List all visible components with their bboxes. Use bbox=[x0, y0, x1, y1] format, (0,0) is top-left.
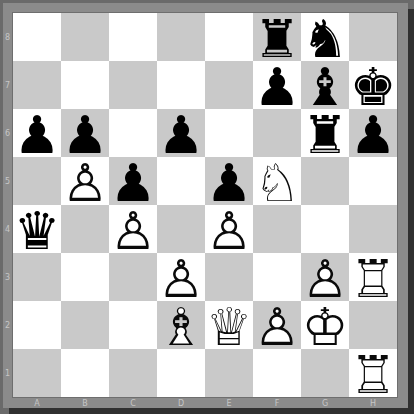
square-d8[interactable] bbox=[157, 13, 205, 61]
square-b2[interactable] bbox=[61, 301, 109, 349]
square-e2[interactable]: ♛♕ bbox=[205, 301, 253, 349]
square-f2[interactable]: ♟♙ bbox=[253, 301, 301, 349]
square-h2[interactable] bbox=[349, 301, 397, 349]
square-f1[interactable] bbox=[253, 349, 301, 397]
square-g8[interactable]: ♞ bbox=[301, 13, 349, 61]
piece-white-pawn[interactable]: ♟♙ bbox=[301, 253, 349, 301]
white-rook-outline-icon: ♖ bbox=[350, 349, 397, 401]
white-rook-outline-icon: ♖ bbox=[350, 253, 397, 305]
square-e8[interactable] bbox=[205, 13, 253, 61]
square-a3[interactable] bbox=[13, 253, 61, 301]
square-b4[interactable] bbox=[61, 205, 109, 253]
piece-white-pawn[interactable]: ♟♙ bbox=[61, 157, 109, 205]
square-c7[interactable] bbox=[109, 61, 157, 109]
file-label-h: H bbox=[349, 398, 397, 408]
white-bishop-outline-icon: ♗ bbox=[158, 301, 205, 353]
piece-white-pawn[interactable]: ♟♙ bbox=[253, 301, 301, 349]
file-label-g: G bbox=[301, 398, 349, 408]
square-e1[interactable] bbox=[205, 349, 253, 397]
square-e7[interactable] bbox=[205, 61, 253, 109]
piece-white-pawn[interactable]: ♟♙ bbox=[205, 205, 253, 253]
square-d5[interactable] bbox=[157, 157, 205, 205]
square-a7[interactable] bbox=[13, 61, 61, 109]
rank-label-3: 3 bbox=[3, 253, 12, 301]
square-c8[interactable] bbox=[109, 13, 157, 61]
file-labels: ABCDEFGH bbox=[13, 398, 397, 408]
square-f6[interactable] bbox=[253, 109, 301, 157]
square-a8[interactable] bbox=[13, 13, 61, 61]
chess-board: ♜♞♟♝♚♟♟♟♜♟♟♙♟♟♞♘♛♟♙♟♙♟♙♟♙♜♖♝♗♛♕♟♙♚♔♜♖ bbox=[12, 12, 398, 398]
piece-black-pawn[interactable]: ♟ bbox=[157, 109, 205, 157]
square-f8[interactable]: ♜ bbox=[253, 13, 301, 61]
square-d3[interactable]: ♟♙ bbox=[157, 253, 205, 301]
square-c5[interactable]: ♟ bbox=[109, 157, 157, 205]
piece-black-queen[interactable]: ♛ bbox=[13, 205, 61, 253]
file-label-b: B bbox=[61, 398, 109, 408]
square-h4[interactable] bbox=[349, 205, 397, 253]
square-d4[interactable] bbox=[157, 205, 205, 253]
square-h3[interactable]: ♜♖ bbox=[349, 253, 397, 301]
piece-white-rook[interactable]: ♜♖ bbox=[349, 253, 397, 301]
square-e4[interactable]: ♟♙ bbox=[205, 205, 253, 253]
square-g1[interactable] bbox=[301, 349, 349, 397]
file-label-a: A bbox=[13, 398, 61, 408]
square-a4[interactable]: ♛ bbox=[13, 205, 61, 253]
square-h5[interactable] bbox=[349, 157, 397, 205]
square-c1[interactable] bbox=[109, 349, 157, 397]
square-e3[interactable] bbox=[205, 253, 253, 301]
square-e6[interactable] bbox=[205, 109, 253, 157]
square-b5[interactable]: ♟♙ bbox=[61, 157, 109, 205]
square-f7[interactable]: ♟ bbox=[253, 61, 301, 109]
square-h6[interactable]: ♟ bbox=[349, 109, 397, 157]
square-d2[interactable]: ♝♗ bbox=[157, 301, 205, 349]
piece-white-knight[interactable]: ♞♘ bbox=[253, 157, 301, 205]
piece-white-king[interactable]: ♚♔ bbox=[301, 301, 349, 349]
piece-white-pawn[interactable]: ♟♙ bbox=[157, 253, 205, 301]
piece-white-bishop[interactable]: ♝♗ bbox=[157, 301, 205, 349]
square-g5[interactable] bbox=[301, 157, 349, 205]
piece-black-pawn[interactable]: ♟ bbox=[253, 61, 301, 109]
piece-black-pawn[interactable]: ♟ bbox=[205, 157, 253, 205]
square-d1[interactable] bbox=[157, 349, 205, 397]
square-b1[interactable] bbox=[61, 349, 109, 397]
square-d6[interactable]: ♟ bbox=[157, 109, 205, 157]
file-label-f: F bbox=[253, 398, 301, 408]
rank-label-1: 1 bbox=[3, 349, 12, 397]
square-f4[interactable] bbox=[253, 205, 301, 253]
white-pawn-outline-icon: ♙ bbox=[254, 301, 301, 353]
square-a6[interactable]: ♟ bbox=[13, 109, 61, 157]
piece-white-queen[interactable]: ♛♕ bbox=[205, 301, 253, 349]
square-b8[interactable] bbox=[61, 13, 109, 61]
piece-black-king[interactable]: ♚ bbox=[349, 61, 397, 109]
file-label-d: D bbox=[157, 398, 205, 408]
square-f5[interactable]: ♞♘ bbox=[253, 157, 301, 205]
square-b7[interactable] bbox=[61, 61, 109, 109]
square-a1[interactable] bbox=[13, 349, 61, 397]
square-g6[interactable]: ♜ bbox=[301, 109, 349, 157]
chess-diagram: ♜♞♟♝♚♟♟♟♜♟♟♙♟♟♞♘♛♟♙♟♙♟♙♟♙♜♖♝♗♛♕♟♙♚♔♜♖ 87… bbox=[0, 0, 414, 414]
piece-white-pawn[interactable]: ♟♙ bbox=[109, 205, 157, 253]
square-d7[interactable] bbox=[157, 61, 205, 109]
rank-label-6: 6 bbox=[3, 109, 12, 157]
white-pawn-outline-icon: ♙ bbox=[62, 157, 109, 209]
square-e5[interactable]: ♟ bbox=[205, 157, 253, 205]
square-a2[interactable] bbox=[13, 301, 61, 349]
square-c4[interactable]: ♟♙ bbox=[109, 205, 157, 253]
square-g7[interactable]: ♝ bbox=[301, 61, 349, 109]
rank-label-7: 7 bbox=[3, 61, 12, 109]
square-c2[interactable] bbox=[109, 301, 157, 349]
piece-black-pawn[interactable]: ♟ bbox=[61, 109, 109, 157]
white-pawn-outline-icon: ♙ bbox=[206, 205, 253, 257]
square-a5[interactable] bbox=[13, 157, 61, 205]
file-label-e: E bbox=[205, 398, 253, 408]
white-knight-outline-icon: ♘ bbox=[254, 157, 301, 209]
square-h7[interactable]: ♚ bbox=[349, 61, 397, 109]
rank-label-4: 4 bbox=[3, 205, 12, 253]
rank-labels: 87654321 bbox=[3, 13, 12, 397]
rank-label-8: 8 bbox=[3, 13, 12, 61]
rank-label-2: 2 bbox=[3, 301, 12, 349]
white-pawn-outline-icon: ♙ bbox=[110, 205, 157, 257]
square-f3[interactable] bbox=[253, 253, 301, 301]
square-c3[interactable] bbox=[109, 253, 157, 301]
square-g3[interactable]: ♟♙ bbox=[301, 253, 349, 301]
square-h8[interactable] bbox=[349, 13, 397, 61]
square-b3[interactable] bbox=[61, 253, 109, 301]
file-label-c: C bbox=[109, 398, 157, 408]
square-c6[interactable] bbox=[109, 109, 157, 157]
square-h1[interactable]: ♜♖ bbox=[349, 349, 397, 397]
piece-black-pawn[interactable]: ♟ bbox=[349, 109, 397, 157]
piece-black-bishop[interactable]: ♝ bbox=[301, 61, 349, 109]
piece-black-knight[interactable]: ♞ bbox=[301, 13, 349, 61]
square-b6[interactable]: ♟ bbox=[61, 109, 109, 157]
piece-black-pawn[interactable]: ♟ bbox=[13, 109, 61, 157]
piece-white-rook[interactable]: ♜♖ bbox=[349, 349, 397, 397]
piece-black-pawn[interactable]: ♟ bbox=[109, 157, 157, 205]
piece-black-rook[interactable]: ♜ bbox=[301, 109, 349, 157]
piece-black-rook[interactable]: ♜ bbox=[253, 13, 301, 61]
white-king-outline-icon: ♔ bbox=[302, 301, 349, 353]
square-g4[interactable] bbox=[301, 205, 349, 253]
rank-label-5: 5 bbox=[3, 157, 12, 205]
square-g2[interactable]: ♚♔ bbox=[301, 301, 349, 349]
white-queen-outline-icon: ♕ bbox=[206, 301, 253, 353]
